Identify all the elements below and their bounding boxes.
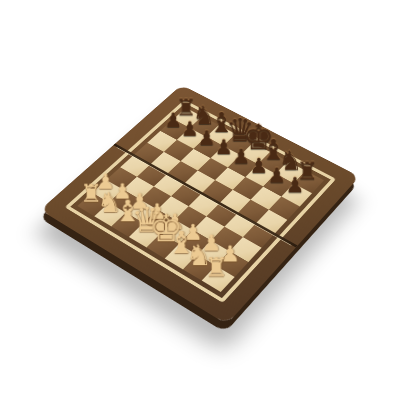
chess-set: ♜♞♝♛♚♝♞♜♟♟♟♟♟♟♟♟♟♟♟♟♟♟♟♟♜♞♝♛♚♝♞♜: [40, 85, 359, 325]
square-h7[interactable]: ♟: [281, 183, 312, 206]
board-grid: ♜♞♝♛♚♝♞♜♟♟♟♟♟♟♟♟♟♟♟♟♟♟♟♟♜♞♝♛♚♝♞♜: [77, 108, 324, 292]
square-g8[interactable]: ♞: [276, 161, 306, 183]
folding-board-box: ♜♞♝♛♚♝♞♜♟♟♟♟♟♟♟♟♟♟♟♟♟♟♟♟♜♞♝♛♚♝♞♜: [40, 85, 359, 325]
black-king: ♚: [243, 120, 264, 155]
square-b3[interactable]: [123, 177, 154, 200]
black-rook: ♜: [176, 97, 197, 120]
photo-background: ♜♞♝♛♚♝♞♜♟♟♟♟♟♟♟♟♟♟♟♟♟♟♟♟♜♞♝♛♚♝♞♜: [0, 0, 400, 398]
square-b2[interactable]: ♟: [109, 190, 140, 213]
